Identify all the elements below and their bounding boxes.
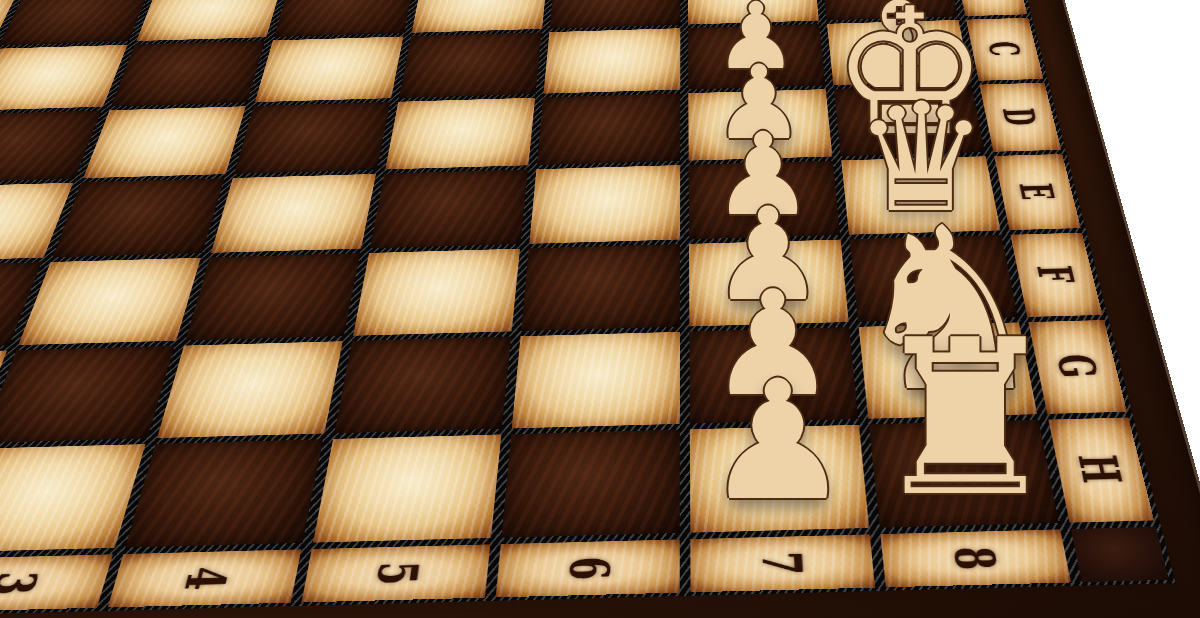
square-c8 bbox=[827, 20, 971, 85]
square-h5 bbox=[313, 434, 501, 542]
square-e3 bbox=[52, 178, 224, 257]
file-label-cell-b: B bbox=[954, 0, 1027, 16]
square-e8 bbox=[841, 156, 1000, 235]
square-b3 bbox=[136, 0, 283, 41]
square-b6 bbox=[550, 0, 681, 29]
file-label: E bbox=[1009, 182, 1064, 200]
rank-label: 4 bbox=[171, 566, 239, 591]
square-b2 bbox=[0, 0, 151, 45]
square-g7 bbox=[689, 327, 858, 424]
square-d7 bbox=[688, 89, 832, 161]
square-e5 bbox=[370, 169, 528, 248]
square-g4 bbox=[157, 341, 343, 438]
square-f6 bbox=[521, 244, 680, 331]
square-f3 bbox=[18, 258, 200, 345]
rank-label-cell-7: 7 bbox=[690, 534, 875, 592]
square-h6 bbox=[501, 430, 679, 538]
square-d3 bbox=[83, 106, 246, 178]
file-label-cell-c: C bbox=[966, 18, 1043, 81]
square-h3 bbox=[0, 444, 146, 552]
square-c3 bbox=[111, 41, 265, 107]
square-f5 bbox=[353, 249, 520, 336]
rank-label: 7 bbox=[749, 551, 813, 576]
square-g8 bbox=[859, 322, 1038, 418]
square-b7 bbox=[688, 0, 819, 24]
square-g6 bbox=[512, 332, 680, 429]
square-f7 bbox=[689, 240, 849, 327]
rank-label-cell-6: 6 bbox=[496, 539, 680, 597]
square-d4 bbox=[234, 102, 390, 174]
file-label-cell-d: D bbox=[980, 83, 1062, 152]
square-e4 bbox=[211, 174, 376, 253]
rank-label-cell-4: 4 bbox=[108, 549, 302, 607]
square-f4 bbox=[186, 253, 361, 340]
square-e6 bbox=[529, 165, 680, 244]
square-h7 bbox=[690, 425, 869, 533]
square-b8 bbox=[821, 0, 958, 20]
chessboard-photo-stage: ABCDEFGH12345678 ♝♟♚♟♛♟♟♞♟♜♟ bbox=[0, 0, 1200, 618]
square-d5 bbox=[385, 98, 535, 170]
square-d8 bbox=[834, 85, 985, 156]
rank-label-cell-5: 5 bbox=[301, 544, 490, 602]
chess-board: ABCDEFGH12345678 bbox=[0, 0, 1200, 618]
file-label: D bbox=[993, 107, 1046, 126]
square-g3 bbox=[0, 346, 175, 443]
square-e7 bbox=[689, 161, 840, 240]
rank-label-cell-3: 3 bbox=[0, 554, 113, 612]
file-label-cell-e: E bbox=[994, 154, 1081, 230]
rank-label-cell-8: 8 bbox=[880, 529, 1071, 587]
square-c6 bbox=[544, 28, 681, 93]
rank-label: 3 bbox=[0, 571, 50, 596]
square-b5 bbox=[412, 0, 548, 33]
board-corner-cell bbox=[1071, 527, 1169, 582]
square-g5 bbox=[334, 336, 511, 433]
square-c2 bbox=[0, 45, 127, 111]
square-c4 bbox=[255, 36, 403, 102]
square-c7 bbox=[688, 24, 825, 89]
file-label: G bbox=[1045, 354, 1107, 379]
square-h4 bbox=[125, 439, 323, 547]
square-d6 bbox=[537, 93, 680, 165]
rank-label: 6 bbox=[557, 556, 621, 581]
file-label: F bbox=[1026, 265, 1084, 284]
rank-label: 8 bbox=[941, 546, 1008, 571]
square-b4 bbox=[274, 0, 415, 37]
square-c5 bbox=[399, 32, 542, 98]
square-f8 bbox=[850, 235, 1018, 322]
rank-label: 5 bbox=[364, 561, 430, 586]
file-label: C bbox=[979, 41, 1029, 57]
square-h8 bbox=[869, 420, 1059, 528]
file-label: H bbox=[1066, 454, 1133, 484]
